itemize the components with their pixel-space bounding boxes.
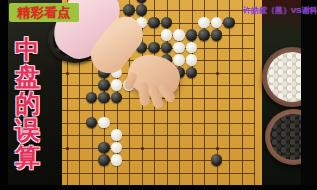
players-label: 许皓鋐（黑）VS谢科 xyxy=(243,5,317,16)
black-stone xyxy=(86,117,98,129)
black-stone xyxy=(186,67,198,79)
black-stone xyxy=(98,79,110,91)
grid-line xyxy=(179,0,180,185)
black-stone xyxy=(111,92,123,104)
black-stone xyxy=(98,92,110,104)
star-point xyxy=(216,72,219,75)
grid-line xyxy=(62,173,255,174)
grid-line xyxy=(254,0,255,185)
star-point xyxy=(66,147,69,150)
white-stone xyxy=(173,42,185,54)
white-stone xyxy=(111,129,123,141)
white-stone xyxy=(98,117,110,129)
caption-char: 算 xyxy=(15,144,40,170)
black-stone xyxy=(123,4,135,16)
black-stone xyxy=(136,4,148,16)
caption-char: 中 xyxy=(15,36,40,62)
star-point xyxy=(66,72,69,75)
star-point xyxy=(216,147,219,150)
white-stone xyxy=(111,79,123,91)
black-stone xyxy=(198,29,210,41)
white-stone xyxy=(186,54,198,66)
black-stone xyxy=(86,92,98,104)
black-stone xyxy=(136,0,148,3)
caption-char: 的 xyxy=(15,90,40,116)
black-stone xyxy=(161,42,173,54)
grid-line xyxy=(62,110,255,111)
white-stone xyxy=(186,42,198,54)
black-stone xyxy=(211,29,223,41)
black-stone xyxy=(98,154,110,166)
black-stone xyxy=(211,154,223,166)
video-frame: 精彩看点 中 盘 的 误 算 许皓鋐（黑）VS谢科 xyxy=(0,0,317,190)
star-point xyxy=(141,147,144,150)
black-stone xyxy=(186,29,198,41)
white-stone xyxy=(211,17,223,29)
highlight-badge: 精彩看点 xyxy=(9,3,79,22)
white-stone xyxy=(173,29,185,41)
left-edge-bar xyxy=(0,0,8,190)
black-stone xyxy=(98,142,110,154)
white-stone xyxy=(161,29,173,41)
right-edge-bar xyxy=(301,0,317,190)
white-stone xyxy=(173,54,185,66)
grid-line xyxy=(62,148,255,149)
grid-line xyxy=(242,0,243,185)
white-stone xyxy=(198,17,210,29)
white-stone xyxy=(111,142,123,154)
black-stone xyxy=(148,42,160,54)
black-stone xyxy=(223,17,235,29)
black-stone xyxy=(148,17,160,29)
grid-line xyxy=(62,135,255,136)
grid-line xyxy=(62,160,255,161)
caption-char: 盘 xyxy=(15,63,40,89)
white-stone xyxy=(111,154,123,166)
caption-char: 误 xyxy=(15,117,40,143)
grid-line xyxy=(192,0,193,185)
bottom-edge-bar xyxy=(0,185,317,190)
black-stone xyxy=(161,17,173,29)
vertical-caption: 中 盘 的 误 算 xyxy=(15,36,40,170)
